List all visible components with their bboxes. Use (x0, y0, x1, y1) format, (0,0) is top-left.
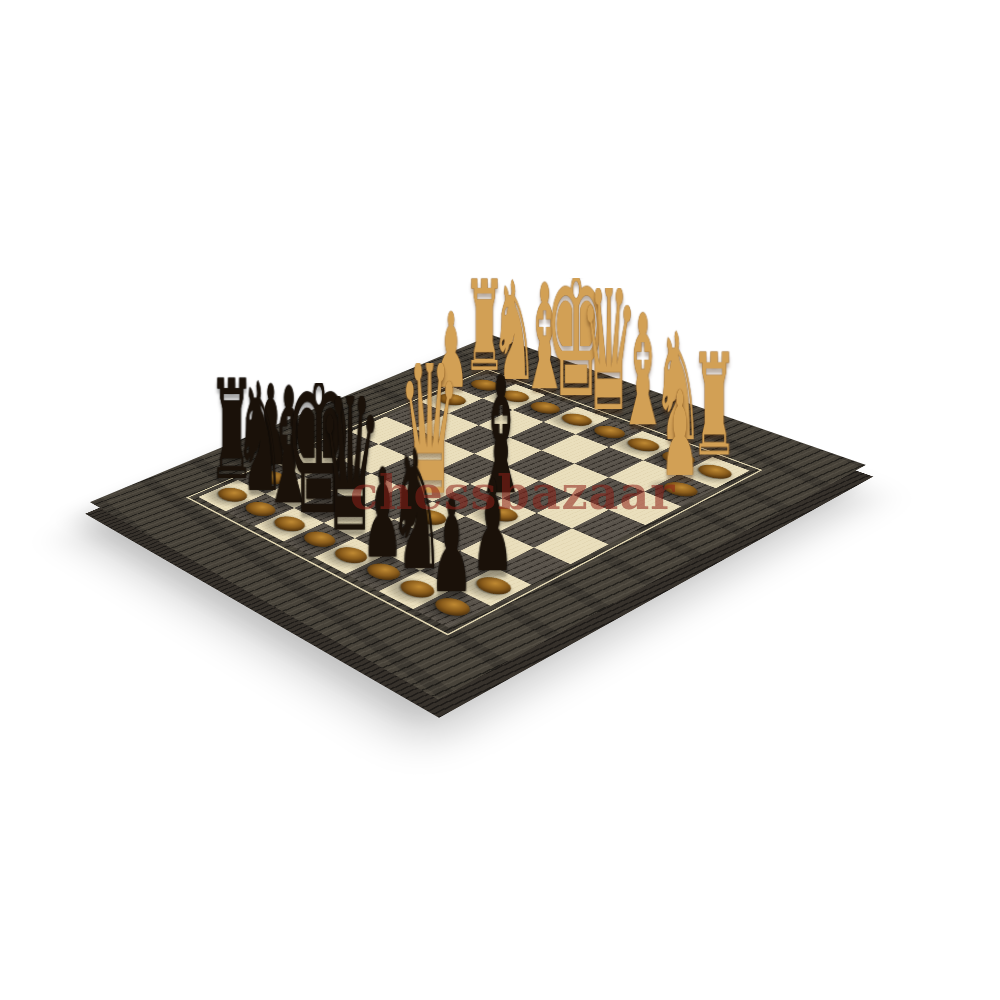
product-photo: ♜♞♝♚♛♝♞♜♟♟♝♛♟♟♜♞♝♚♛♟♞♟ chessbazaar (0, 0, 1000, 1000)
pieces-layer: ♜♞♝♚♛♝♞♜♟♟♝♛♟♟♜♞♝♚♛♟♞♟ (90, 335, 866, 700)
white-pawn-h2[interactable]: ♟ (618, 335, 741, 489)
chess-board: ♜♞♝♚♛♝♞♜♟♟♝♛♟♟♜♞♝♚♛♟♞♟ (90, 335, 866, 700)
black-pawn-h8[interactable]: ♟ (384, 437, 519, 606)
white-pawn-glyph: ♟ (639, 376, 720, 493)
black-pawn-glyph: ♟ (407, 483, 496, 612)
scene: ♜♞♝♚♛♝♞♜♟♟♝♛♟♟♜♞♝♚♛♟♞♟ (0, 0, 1000, 1000)
